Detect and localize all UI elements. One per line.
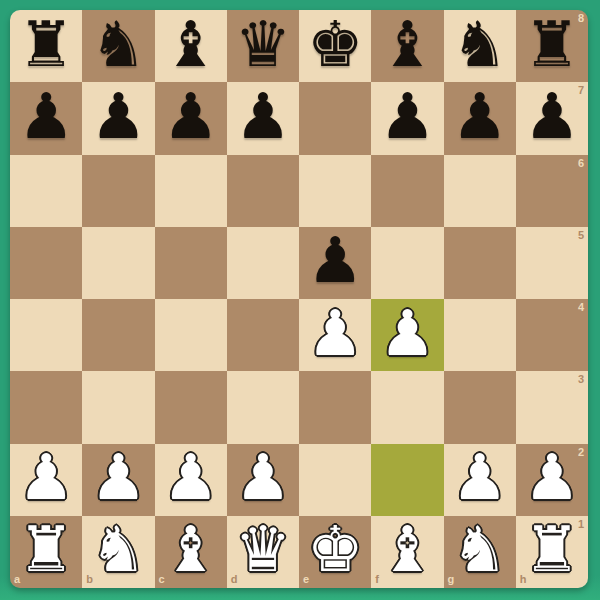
square-b6[interactable] — [82, 155, 154, 227]
square-b5[interactable] — [82, 227, 154, 299]
chess-board: ♜♞♝♛♚♝♞♜8♟♟♟♟♟♟♟76♟5♟♟43♟♟♟♟♟♟2♜a♞b♝c♛d♚… — [10, 10, 588, 588]
square-f4[interactable]: ♟ — [371, 299, 443, 371]
square-b2[interactable]: ♟ — [82, 444, 154, 516]
white-pawn-d2[interactable]: ♟ — [235, 446, 291, 509]
square-a2[interactable]: ♟ — [10, 444, 82, 516]
square-d5[interactable] — [227, 227, 299, 299]
square-a4[interactable] — [10, 299, 82, 371]
square-c5[interactable] — [155, 227, 227, 299]
square-h1[interactable]: ♜1h — [516, 516, 588, 588]
white-pawn-e4[interactable]: ♟ — [307, 302, 363, 365]
black-king-e8[interactable]: ♚ — [307, 13, 363, 76]
square-d1[interactable]: ♛d — [227, 516, 299, 588]
square-g8[interactable]: ♞ — [444, 10, 516, 82]
white-pawn-f4[interactable]: ♟ — [379, 302, 435, 365]
square-g1[interactable]: ♞g — [444, 516, 516, 588]
square-h8[interactable]: ♜8 — [516, 10, 588, 82]
square-d8[interactable]: ♛ — [227, 10, 299, 82]
square-a7[interactable]: ♟ — [10, 82, 82, 154]
square-b8[interactable]: ♞ — [82, 10, 154, 82]
square-a5[interactable] — [10, 227, 82, 299]
white-pawn-c2[interactable]: ♟ — [162, 446, 218, 509]
square-d2[interactable]: ♟ — [227, 444, 299, 516]
square-h5[interactable]: 5 — [516, 227, 588, 299]
square-b4[interactable] — [82, 299, 154, 371]
square-c1[interactable]: ♝c — [155, 516, 227, 588]
black-pawn-a7[interactable]: ♟ — [18, 85, 74, 148]
black-pawn-e5[interactable]: ♟ — [307, 229, 363, 292]
square-b1[interactable]: ♞b — [82, 516, 154, 588]
black-bishop-c8[interactable]: ♝ — [162, 13, 218, 76]
square-g2[interactable]: ♟ — [444, 444, 516, 516]
square-a6[interactable] — [10, 155, 82, 227]
white-rook-h1[interactable]: ♜ — [524, 518, 580, 581]
square-g6[interactable] — [444, 155, 516, 227]
square-g7[interactable]: ♟ — [444, 82, 516, 154]
square-c2[interactable]: ♟ — [155, 444, 227, 516]
white-queen-d1[interactable]: ♛ — [235, 518, 291, 581]
black-pawn-f7[interactable]: ♟ — [379, 85, 435, 148]
square-c7[interactable]: ♟ — [155, 82, 227, 154]
square-f5[interactable] — [371, 227, 443, 299]
rank-label-4: 4 — [578, 302, 584, 313]
square-c8[interactable]: ♝ — [155, 10, 227, 82]
square-g4[interactable] — [444, 299, 516, 371]
black-pawn-b7[interactable]: ♟ — [90, 85, 146, 148]
rank-label-6: 6 — [578, 158, 584, 169]
square-a8[interactable]: ♜ — [10, 10, 82, 82]
white-bishop-f1[interactable]: ♝ — [379, 518, 435, 581]
square-h4[interactable]: 4 — [516, 299, 588, 371]
white-pawn-a2[interactable]: ♟ — [18, 446, 74, 509]
square-g5[interactable] — [444, 227, 516, 299]
square-e3[interactable] — [299, 371, 371, 443]
white-king-e1[interactable]: ♚ — [307, 518, 363, 581]
black-pawn-c7[interactable]: ♟ — [162, 85, 218, 148]
square-a1[interactable]: ♜a — [10, 516, 82, 588]
black-queen-d8[interactable]: ♛ — [235, 13, 291, 76]
square-d4[interactable] — [227, 299, 299, 371]
square-e7[interactable] — [299, 82, 371, 154]
square-e8[interactable]: ♚ — [299, 10, 371, 82]
white-bishop-c1[interactable]: ♝ — [162, 518, 218, 581]
black-rook-h8[interactable]: ♜ — [524, 13, 580, 76]
square-g3[interactable] — [444, 371, 516, 443]
square-f1[interactable]: ♝f — [371, 516, 443, 588]
white-knight-b1[interactable]: ♞ — [90, 518, 146, 581]
square-d3[interactable] — [227, 371, 299, 443]
white-rook-a1[interactable]: ♜ — [18, 518, 74, 581]
black-pawn-g7[interactable]: ♟ — [451, 85, 507, 148]
square-e5[interactable]: ♟ — [299, 227, 371, 299]
square-f7[interactable]: ♟ — [371, 82, 443, 154]
square-e6[interactable] — [299, 155, 371, 227]
white-pawn-b2[interactable]: ♟ — [90, 446, 146, 509]
black-rook-a8[interactable]: ♜ — [18, 13, 74, 76]
square-e1[interactable]: ♚e — [299, 516, 371, 588]
square-h6[interactable]: 6 — [516, 155, 588, 227]
square-h3[interactable]: 3 — [516, 371, 588, 443]
black-knight-b8[interactable]: ♞ — [90, 13, 146, 76]
square-c4[interactable] — [155, 299, 227, 371]
chess-app-background: ♜♞♝♛♚♝♞♜8♟♟♟♟♟♟♟76♟5♟♟43♟♟♟♟♟♟2♜a♞b♝c♛d♚… — [0, 0, 600, 600]
square-a3[interactable] — [10, 371, 82, 443]
rank-label-5: 5 — [578, 230, 584, 241]
square-d7[interactable]: ♟ — [227, 82, 299, 154]
square-f3[interactable] — [371, 371, 443, 443]
black-pawn-d7[interactable]: ♟ — [235, 85, 291, 148]
square-d6[interactable] — [227, 155, 299, 227]
square-e2[interactable] — [299, 444, 371, 516]
white-pawn-g2[interactable]: ♟ — [451, 446, 507, 509]
rank-label-3: 3 — [578, 374, 584, 385]
square-e4[interactable]: ♟ — [299, 299, 371, 371]
square-b7[interactable]: ♟ — [82, 82, 154, 154]
square-h7[interactable]: ♟7 — [516, 82, 588, 154]
square-f2[interactable] — [371, 444, 443, 516]
square-f6[interactable] — [371, 155, 443, 227]
square-h2[interactable]: ♟2 — [516, 444, 588, 516]
white-knight-g1[interactable]: ♞ — [451, 518, 507, 581]
square-c6[interactable] — [155, 155, 227, 227]
square-f8[interactable]: ♝ — [371, 10, 443, 82]
black-knight-g8[interactable]: ♞ — [451, 13, 507, 76]
white-pawn-h2[interactable]: ♟ — [524, 446, 580, 509]
black-bishop-f8[interactable]: ♝ — [379, 13, 435, 76]
square-b3[interactable] — [82, 371, 154, 443]
black-pawn-h7[interactable]: ♟ — [524, 85, 580, 148]
square-c3[interactable] — [155, 371, 227, 443]
